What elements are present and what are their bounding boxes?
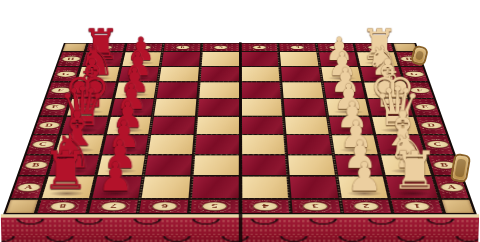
- front-border-cell: 8: [38, 200, 89, 213]
- label-rank-4-front: 4: [252, 202, 278, 211]
- square-d5: [197, 117, 239, 134]
- front-border-cell: 2: [342, 200, 392, 213]
- label-rank-5-back: 5: [214, 46, 228, 50]
- front-border-cell: 6: [140, 200, 189, 213]
- label-rank-1-front: 1: [403, 202, 431, 211]
- square-f5: [199, 83, 238, 98]
- square-g4: [241, 67, 279, 81]
- square-a6: [142, 177, 190, 198]
- square-d4: [242, 117, 284, 134]
- front-border-cell: 3: [292, 200, 341, 213]
- square-c5: [195, 135, 238, 154]
- piece-natural-pawn-a2: ♟: [347, 159, 383, 197]
- square-e6: [154, 99, 196, 115]
- square-a5: [192, 177, 239, 198]
- piece-red-pawn-a7: ♟: [98, 159, 134, 197]
- back-border-cell: 4: [241, 44, 277, 52]
- label-rank-6-back: 6: [175, 46, 190, 50]
- chess-board: 87654321H♜♟♟♜HG♞♟♟♞GF♝♟♟♝FE♚♟♟♚ED♛♟♟♛DC♝…: [3, 43, 477, 214]
- square-h4: [241, 52, 278, 66]
- label-rank-4-back: 4: [252, 46, 266, 50]
- square-e4: [241, 99, 282, 115]
- piece-red-rook-a8: ♜: [42, 147, 89, 197]
- border-corner-block: [6, 200, 38, 213]
- square-c3: [287, 135, 332, 154]
- label-rank-3-front: 3: [303, 202, 330, 211]
- box-front-face: [1, 214, 479, 242]
- square-b3: [288, 155, 334, 175]
- label-file-a-right: A: [438, 183, 464, 191]
- border-corner-block: [442, 200, 474, 213]
- square-a4: [242, 177, 289, 198]
- square-a2: ♟: [338, 177, 388, 198]
- left-border-cell: A: [11, 177, 45, 198]
- brass-clasp-lower: [450, 153, 472, 184]
- label-file-a-left: A: [15, 183, 41, 191]
- front-border-cell: 4: [242, 200, 290, 213]
- back-border-cell: 6: [164, 44, 201, 52]
- label-rank-3-back: 3: [290, 46, 305, 50]
- square-h5: [202, 52, 239, 66]
- front-border-cell: 5: [191, 200, 239, 213]
- square-a7: ♟: [92, 177, 142, 198]
- square-h3: [280, 52, 318, 66]
- front-border-cell: 1: [392, 200, 443, 213]
- square-f4: [241, 83, 280, 98]
- front-face-seam: [238, 214, 242, 242]
- square-b4: [242, 155, 287, 175]
- square-g6: [159, 67, 198, 81]
- square-d6: [152, 117, 195, 134]
- label-rank-5-front: 5: [202, 202, 228, 211]
- back-border-cell: 5: [203, 44, 239, 52]
- square-d3: [285, 117, 328, 134]
- square-f3: [282, 83, 323, 98]
- square-a1: ♜: [386, 177, 437, 198]
- piece-natural-rook-a1: ♜: [391, 147, 438, 197]
- square-a3: [290, 177, 338, 198]
- square-c4: [242, 135, 285, 154]
- brass-clasp-upper: [410, 44, 429, 66]
- chess-set-photo: 87654321H♜♟♟♜HG♞♟♟♞GF♝♟♟♝FE♚♟♟♚ED♛♟♟♛DC♝…: [0, 0, 480, 242]
- square-e5: [198, 99, 239, 115]
- square-b5: [193, 155, 238, 175]
- label-rank-7-front: 7: [100, 202, 127, 211]
- label-rank-2-front: 2: [353, 202, 380, 211]
- square-h6: [162, 52, 200, 66]
- square-b6: [145, 155, 191, 175]
- back-border-cell: 3: [279, 44, 316, 52]
- front-border-cell: 7: [89, 200, 139, 213]
- label-rank-6-front: 6: [151, 202, 178, 211]
- square-e3: [284, 99, 326, 115]
- square-g3: [281, 67, 320, 81]
- square-c6: [149, 135, 194, 154]
- square-g5: [200, 67, 238, 81]
- square-a8: ♜: [42, 177, 93, 198]
- label-rank-8-front: 8: [49, 202, 77, 211]
- square-f6: [157, 83, 198, 98]
